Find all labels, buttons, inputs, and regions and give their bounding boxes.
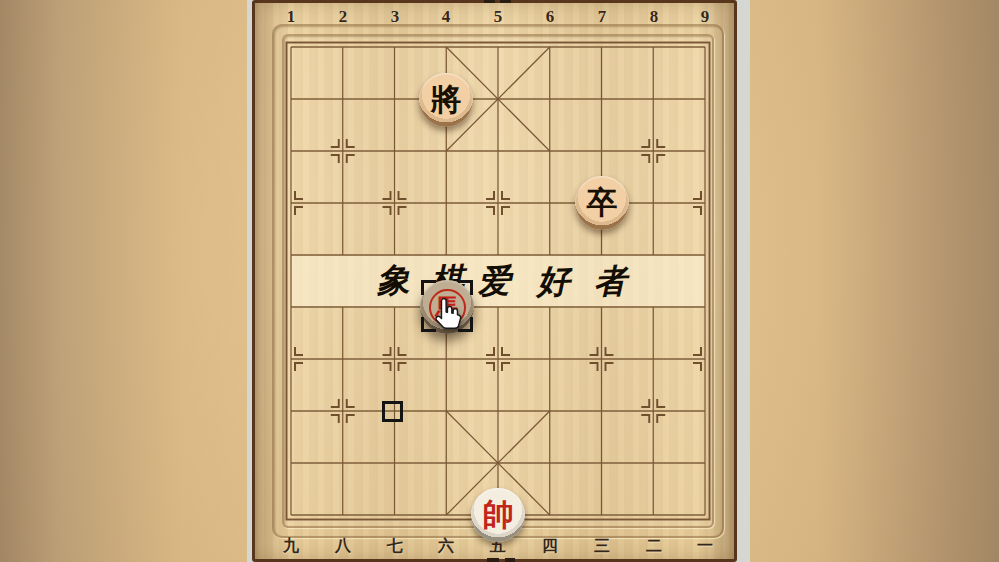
file-label-bottom-3cn: 三 [594, 538, 610, 554]
piece-black-general[interactable]: 將 [419, 73, 473, 127]
file-label-top-4: 4 [442, 8, 451, 25]
previous-position-marker [382, 401, 403, 422]
river-char-4: 好 [536, 265, 570, 299]
piece-glyph: 將 [431, 84, 462, 115]
file-label-bottom-2cn: 二 [646, 538, 662, 554]
river-char-5: 者 [593, 265, 627, 299]
file-label-top-1: 1 [287, 8, 296, 25]
piece-black-soldier[interactable]: 卒 [575, 176, 629, 230]
file-label-bottom-7cn: 七 [387, 538, 403, 554]
file-label-bottom-1cn: 一 [697, 538, 713, 554]
file-label-bottom-9cn: 九 [283, 538, 299, 554]
file-label-bottom-6cn: 六 [438, 538, 454, 554]
file-label-bottom-8cn: 八 [335, 538, 351, 554]
file-label-top-5: 5 [494, 8, 503, 25]
file-label-top-2: 2 [339, 8, 348, 25]
file-label-bottom-4cn: 四 [542, 538, 558, 554]
piece-red-general[interactable]: 帥 [471, 488, 525, 542]
file-label-top-6: 6 [546, 8, 555, 25]
file-label-top-7: 7 [598, 8, 607, 25]
river-char-1: 象 [376, 264, 410, 298]
hand-cursor-icon [431, 297, 463, 331]
river-char-3: 爱 [477, 265, 511, 299]
desktop-background: 1 2 3 4 5 6 7 8 9 九 八 七 六 五 四 三 二 一 象 棋 … [0, 0, 999, 562]
file-label-top-3: 3 [391, 8, 400, 25]
piece-glyph: 卒 [587, 187, 618, 218]
piece-glyph: 帥 [483, 499, 514, 530]
file-label-top-8: 8 [650, 8, 659, 25]
file-label-top-9: 9 [701, 8, 710, 25]
